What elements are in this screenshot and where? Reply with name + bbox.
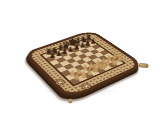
square-h2: ♟	[108, 56, 118, 62]
photo-scene: ♜♞♝♛♚♝♞♜♟♟♟♟♟♟♟♟♟♟♟♟♟♟♟♟♜♞♝♛♚♝♞♜	[0, 0, 166, 120]
product-photo: ♜♞♝♛♚♝♞♜♟♟♟♟♟♟♟♟♟♟♟♟♟♟♟♟♜♞♝♛♚♝♞♜	[0, 0, 166, 120]
chess-box: ♜♞♝♛♚♝♞♜♟♟♟♟♟♟♟♟♟♟♟♟♟♟♟♟♜♞♝♛♚♝♞♜	[23, 30, 146, 101]
brass-clasp-icon	[139, 63, 149, 68]
brass-pin-icon	[68, 99, 72, 103]
